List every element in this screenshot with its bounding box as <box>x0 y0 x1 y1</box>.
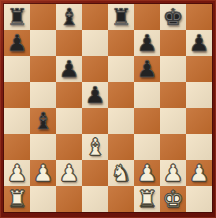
square-g1[interactable]: ♚ <box>160 186 186 212</box>
square-b1[interactable] <box>30 186 56 212</box>
square-g8[interactable]: ♚ <box>160 4 186 30</box>
piece-white-bishop[interactable]: ♝ <box>85 134 106 160</box>
square-h1[interactable] <box>186 186 212 212</box>
square-e6[interactable] <box>108 56 134 82</box>
square-f3[interactable] <box>134 134 160 160</box>
square-c6[interactable]: ♟ <box>56 56 82 82</box>
piece-black-pawn[interactable]: ♟ <box>59 56 80 82</box>
square-d7[interactable] <box>82 30 108 56</box>
square-h6[interactable] <box>186 56 212 82</box>
square-c2[interactable]: ♟ <box>56 160 82 186</box>
square-b5[interactable] <box>30 82 56 108</box>
square-f2[interactable]: ♟ <box>134 160 160 186</box>
piece-white-pawn[interactable]: ♟ <box>33 160 54 186</box>
piece-black-pawn[interactable]: ♟ <box>189 30 210 56</box>
square-g7[interactable] <box>160 30 186 56</box>
square-f6[interactable]: ♟ <box>134 56 160 82</box>
piece-black-king[interactable]: ♚ <box>163 4 184 30</box>
square-b2[interactable]: ♟ <box>30 160 56 186</box>
piece-black-pawn[interactable]: ♟ <box>137 56 158 82</box>
piece-black-pawn[interactable]: ♟ <box>85 82 106 108</box>
square-c8[interactable]: ♝ <box>56 4 82 30</box>
piece-black-bishop[interactable]: ♝ <box>33 108 54 134</box>
piece-white-knight[interactable]: ♞ <box>111 160 132 186</box>
square-c7[interactable] <box>56 30 82 56</box>
square-h8[interactable] <box>186 4 212 30</box>
square-e7[interactable] <box>108 30 134 56</box>
square-d2[interactable] <box>82 160 108 186</box>
square-d1[interactable] <box>82 186 108 212</box>
square-h5[interactable] <box>186 82 212 108</box>
chess-board: ♜♝♜♚♟♟♟♟♟♟♝♝♟♟♟♞♟♟♟♜♜♚ <box>4 4 212 212</box>
square-e3[interactable] <box>108 134 134 160</box>
square-d4[interactable] <box>82 108 108 134</box>
square-g4[interactable] <box>160 108 186 134</box>
square-b4[interactable]: ♝ <box>30 108 56 134</box>
square-d8[interactable] <box>82 4 108 30</box>
square-d3[interactable]: ♝ <box>82 134 108 160</box>
square-e4[interactable] <box>108 108 134 134</box>
piece-white-pawn[interactable]: ♟ <box>59 160 80 186</box>
square-e1[interactable] <box>108 186 134 212</box>
square-e8[interactable]: ♜ <box>108 4 134 30</box>
piece-black-rook[interactable]: ♜ <box>7 4 28 30</box>
square-g6[interactable] <box>160 56 186 82</box>
piece-white-pawn[interactable]: ♟ <box>7 160 28 186</box>
piece-white-pawn[interactable]: ♟ <box>189 160 210 186</box>
square-b7[interactable] <box>30 30 56 56</box>
square-b8[interactable] <box>30 4 56 30</box>
square-f5[interactable] <box>134 82 160 108</box>
square-f1[interactable]: ♜ <box>134 186 160 212</box>
square-h3[interactable] <box>186 134 212 160</box>
piece-black-pawn[interactable]: ♟ <box>137 30 158 56</box>
piece-black-rook[interactable]: ♜ <box>111 4 132 30</box>
square-a7[interactable]: ♟ <box>4 30 30 56</box>
square-c5[interactable] <box>56 82 82 108</box>
square-f8[interactable] <box>134 4 160 30</box>
square-h7[interactable]: ♟ <box>186 30 212 56</box>
square-e5[interactable] <box>108 82 134 108</box>
piece-white-king[interactable]: ♚ <box>163 186 184 212</box>
square-a4[interactable] <box>4 108 30 134</box>
square-h4[interactable] <box>186 108 212 134</box>
square-g5[interactable] <box>160 82 186 108</box>
square-d6[interactable] <box>82 56 108 82</box>
square-e2[interactable]: ♞ <box>108 160 134 186</box>
chess-board-frame: ♜♝♜♚♟♟♟♟♟♟♝♝♟♟♟♞♟♟♟♜♜♚ <box>0 0 216 218</box>
piece-white-rook[interactable]: ♜ <box>7 186 28 212</box>
square-b3[interactable] <box>30 134 56 160</box>
square-f7[interactable]: ♟ <box>134 30 160 56</box>
square-c3[interactable] <box>56 134 82 160</box>
square-a5[interactable] <box>4 82 30 108</box>
piece-white-pawn[interactable]: ♟ <box>163 160 184 186</box>
square-c4[interactable] <box>56 108 82 134</box>
square-g2[interactable]: ♟ <box>160 160 186 186</box>
piece-black-pawn[interactable]: ♟ <box>7 30 28 56</box>
square-a8[interactable]: ♜ <box>4 4 30 30</box>
square-c1[interactable] <box>56 186 82 212</box>
square-a1[interactable]: ♜ <box>4 186 30 212</box>
square-a3[interactable] <box>4 134 30 160</box>
piece-black-bishop[interactable]: ♝ <box>59 4 80 30</box>
square-b6[interactable] <box>30 56 56 82</box>
square-d5[interactable]: ♟ <box>82 82 108 108</box>
square-a6[interactable] <box>4 56 30 82</box>
square-a2[interactable]: ♟ <box>4 160 30 186</box>
square-g3[interactable] <box>160 134 186 160</box>
piece-white-rook[interactable]: ♜ <box>137 186 158 212</box>
square-h2[interactable]: ♟ <box>186 160 212 186</box>
square-f4[interactable] <box>134 108 160 134</box>
piece-white-pawn[interactable]: ♟ <box>137 160 158 186</box>
